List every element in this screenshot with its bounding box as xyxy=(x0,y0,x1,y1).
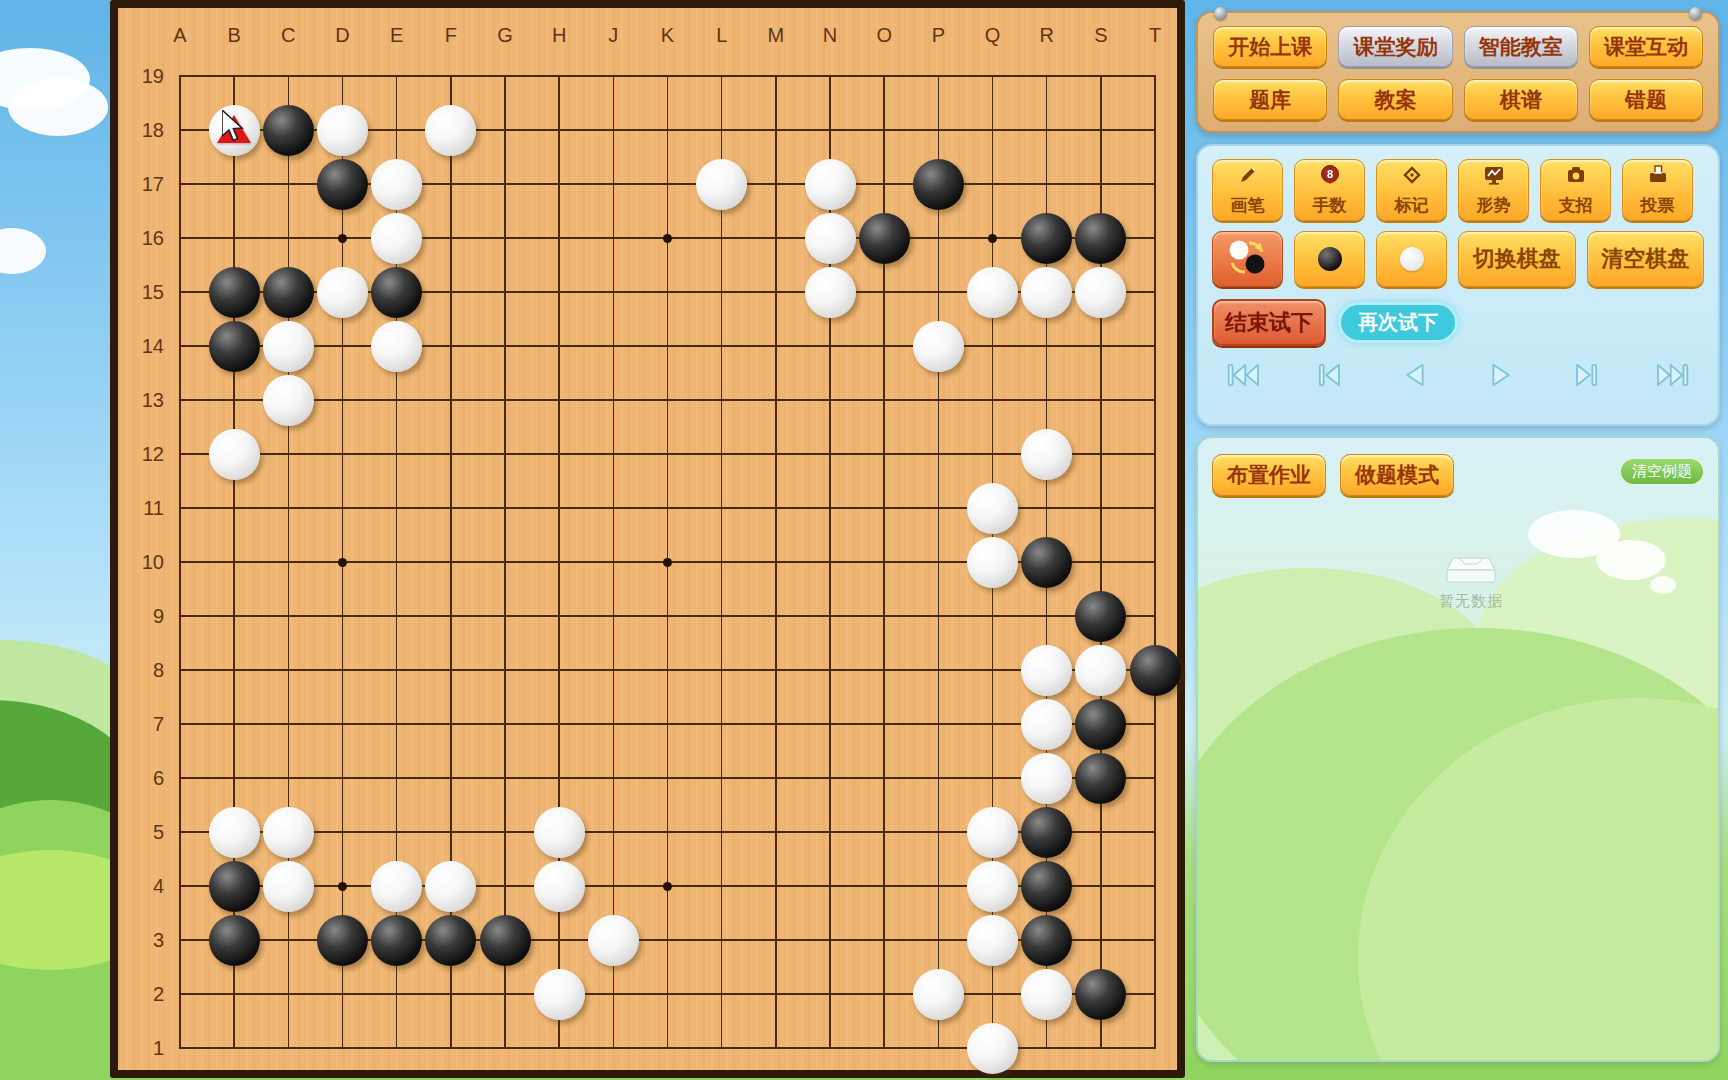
black-stone-icon xyxy=(1318,247,1342,271)
white-stone xyxy=(967,483,1018,534)
top-button-1[interactable]: 开始上课 xyxy=(1213,26,1327,67)
tool-button-hint[interactable]: 支招 xyxy=(1540,159,1611,221)
playback-row xyxy=(1212,359,1704,395)
column-label: N xyxy=(810,24,850,47)
white-stone xyxy=(317,267,368,318)
white-stone xyxy=(805,213,856,264)
marker-icon xyxy=(1400,163,1424,192)
black-stone xyxy=(209,321,260,372)
move-count-icon: 8 xyxy=(1318,163,1342,192)
board-button[interactable]: 清空棋盘 xyxy=(1587,231,1705,287)
star-point xyxy=(338,558,347,567)
white-stone xyxy=(425,861,476,912)
row-label: 6 xyxy=(124,767,164,790)
tool-button-label: 画笔 xyxy=(1231,194,1265,217)
column-label: G xyxy=(485,24,525,47)
stone-buttons-row: 切换棋盘清空棋盘 xyxy=(1212,231,1704,287)
white-stone xyxy=(534,807,585,858)
top-button-5[interactable]: 题库 xyxy=(1213,79,1327,120)
svg-text:8: 8 xyxy=(1326,168,1332,180)
row-label: 19 xyxy=(124,65,164,88)
white-stone-icon xyxy=(1400,247,1424,271)
top-button-7[interactable]: 棋谱 xyxy=(1464,79,1578,120)
row-label: 4 xyxy=(124,875,164,898)
swap-stones-icon xyxy=(1225,237,1271,281)
clear-examples-button[interactable]: 清空例题 xyxy=(1620,458,1704,485)
white-stone xyxy=(317,105,368,156)
white-stone xyxy=(209,429,260,480)
white-stone xyxy=(209,807,260,858)
tool-button-vote[interactable]: 投票 xyxy=(1622,159,1693,221)
toolbar-row-1: 开始上课课堂奖励智能教室课堂互动 xyxy=(1213,26,1703,67)
star-point xyxy=(663,882,672,891)
white-stone xyxy=(967,267,1018,318)
white-stone xyxy=(371,213,422,264)
white-stone xyxy=(967,861,1018,912)
white-stone xyxy=(967,537,1018,588)
step-back-button[interactable] xyxy=(1393,359,1437,395)
white-stone xyxy=(263,375,314,426)
previous-branch-button[interactable] xyxy=(1308,359,1352,395)
black-stone xyxy=(425,915,476,966)
tool-button-pencil[interactable]: 画笔 xyxy=(1212,159,1283,221)
white-stone xyxy=(1021,429,1072,480)
grid-horizontal-line xyxy=(179,993,1156,995)
white-stone xyxy=(967,807,1018,858)
go-board[interactable]: ABCDEFGHJKLMNOPQRST191817161514131211109… xyxy=(110,0,1185,1078)
white-stone xyxy=(588,915,639,966)
column-label: H xyxy=(539,24,579,47)
row-label: 3 xyxy=(124,929,164,952)
white-stone xyxy=(263,321,314,372)
go-teaching-app: { "game": "go", "board": { "size": 19, "… xyxy=(0,0,1728,1080)
tool-button-label: 手数 xyxy=(1313,194,1347,217)
black-stone xyxy=(1075,753,1126,804)
forward-icon xyxy=(1484,361,1518,393)
column-label: T xyxy=(1135,24,1175,47)
black-stone xyxy=(317,159,368,210)
column-label: R xyxy=(1027,24,1067,47)
row-label: 8 xyxy=(124,659,164,682)
toolbar-row-2: 题库教案棋谱错题 xyxy=(1213,79,1703,120)
column-label: Q xyxy=(973,24,1013,47)
pushpin-icon xyxy=(1689,7,1702,20)
tool-button-marker[interactable]: 标记 xyxy=(1376,159,1447,221)
row-label: 9 xyxy=(124,605,164,628)
column-label: M xyxy=(756,24,796,47)
cloud xyxy=(8,78,108,136)
row-label: 17 xyxy=(124,173,164,196)
assign-homework-button[interactable]: 布置作业 xyxy=(1212,454,1326,496)
black-stone xyxy=(371,915,422,966)
black-stone xyxy=(317,915,368,966)
swap-stones-button[interactable] xyxy=(1212,231,1283,287)
white-stone xyxy=(534,861,585,912)
skip-end-icon xyxy=(1655,361,1689,393)
row-label: 1 xyxy=(124,1037,164,1060)
top-button-6[interactable]: 教案 xyxy=(1338,79,1452,120)
black-stone xyxy=(1075,699,1126,750)
column-label: L xyxy=(702,24,742,47)
star-point xyxy=(338,234,347,243)
mouse-cursor xyxy=(222,110,248,142)
row-label: 18 xyxy=(124,119,164,142)
empty-text: 暂无数据 xyxy=(1416,592,1526,611)
classroom-toolbar-card: 开始上课课堂奖励智能教室课堂互动 题库教案棋谱错题 xyxy=(1196,11,1720,133)
skip-start-icon xyxy=(1227,361,1261,393)
row-label: 10 xyxy=(124,551,164,574)
column-label: E xyxy=(377,24,417,47)
row-label: 11 xyxy=(124,497,164,520)
top-button-8[interactable]: 错题 xyxy=(1589,79,1703,120)
white-stone xyxy=(696,159,747,210)
black-stone xyxy=(263,105,314,156)
retry-trial-button[interactable]: 再次试下 xyxy=(1338,302,1458,343)
black-stone xyxy=(1075,591,1126,642)
white-stone xyxy=(913,969,964,1020)
star-point xyxy=(338,882,347,891)
next-icon xyxy=(1569,361,1603,393)
tool-button-label: 投票 xyxy=(1641,194,1675,217)
black-stone-button[interactable] xyxy=(1294,231,1365,287)
star-point xyxy=(663,234,672,243)
grid-vertical-line xyxy=(1154,75,1156,1049)
tool-button-label: 形势 xyxy=(1477,194,1511,217)
next-branch-button[interactable] xyxy=(1564,359,1608,395)
cloud xyxy=(1650,576,1676,594)
black-stone xyxy=(1021,915,1072,966)
top-button-4[interactable]: 课堂互动 xyxy=(1589,26,1703,67)
white-stone xyxy=(1075,645,1126,696)
homework-card: 布置作业 做题模式 清空例题 暂无数据 xyxy=(1196,436,1720,1062)
territory-icon xyxy=(1482,163,1506,192)
white-stone xyxy=(967,915,1018,966)
black-stone xyxy=(371,267,422,318)
empty-box-icon xyxy=(1445,546,1497,584)
black-stone xyxy=(263,267,314,318)
column-label: J xyxy=(593,24,633,47)
row-label: 12 xyxy=(124,443,164,466)
white-stone xyxy=(263,807,314,858)
prev-icon xyxy=(1313,361,1347,393)
column-label: S xyxy=(1081,24,1121,47)
white-stone-button[interactable] xyxy=(1376,231,1447,287)
star-point xyxy=(988,234,997,243)
black-stone xyxy=(209,861,260,912)
tools-card: 画笔8手数标记形势支招投票 切换棋盘清空棋盘 结束试下 再次试下 xyxy=(1196,144,1720,426)
pencil-icon xyxy=(1236,163,1260,192)
black-stone xyxy=(1021,537,1072,588)
black-stone xyxy=(1075,969,1126,1020)
column-label: O xyxy=(864,24,904,47)
empty-state: 暂无数据 xyxy=(1416,546,1526,611)
row-label: 5 xyxy=(124,821,164,844)
black-stone xyxy=(209,915,260,966)
back-icon xyxy=(1398,361,1432,393)
grid-horizontal-line xyxy=(179,777,1156,779)
row-label: 15 xyxy=(124,281,164,304)
skip-to-end-button[interactable] xyxy=(1650,359,1694,395)
white-stone xyxy=(1075,267,1126,318)
column-label: A xyxy=(160,24,200,47)
row-label: 2 xyxy=(124,983,164,1006)
tool-button-label: 标记 xyxy=(1395,194,1429,217)
pushpin-icon xyxy=(1214,7,1227,20)
black-stone xyxy=(859,213,910,264)
white-stone xyxy=(1021,645,1072,696)
board-button[interactable]: 切换棋盘 xyxy=(1458,231,1576,287)
black-stone xyxy=(1021,213,1072,264)
cloud xyxy=(1596,540,1666,580)
black-stone xyxy=(1021,807,1072,858)
white-stone xyxy=(967,1023,1018,1074)
cloud xyxy=(0,228,46,274)
black-stone xyxy=(913,159,964,210)
practice-mode-button[interactable]: 做题模式 xyxy=(1340,454,1454,496)
white-stone xyxy=(913,321,964,372)
black-stone xyxy=(1130,645,1181,696)
star-point xyxy=(663,558,672,567)
grid-horizontal-line xyxy=(179,615,1156,617)
column-label: B xyxy=(214,24,254,47)
black-stone xyxy=(1075,213,1126,264)
tool-button-territory[interactable]: 形势 xyxy=(1458,159,1529,221)
white-stone xyxy=(534,969,585,1020)
white-stone xyxy=(1021,969,1072,1020)
white-stone xyxy=(425,105,476,156)
top-button-3[interactable]: 智能教室 xyxy=(1464,26,1578,67)
white-stone xyxy=(263,861,314,912)
step-forward-button[interactable] xyxy=(1479,359,1523,395)
black-stone xyxy=(1021,861,1072,912)
grid-vertical-line xyxy=(721,75,723,1049)
tool-button-move-count[interactable]: 8手数 xyxy=(1294,159,1365,221)
black-stone xyxy=(480,915,531,966)
vote-icon xyxy=(1646,163,1670,192)
tool-buttons-row: 画笔8手数标记形势支招投票 xyxy=(1212,159,1704,221)
white-stone xyxy=(371,321,422,372)
trial-row: 结束试下 再次试下 xyxy=(1212,299,1704,346)
column-label: F xyxy=(431,24,471,47)
white-stone xyxy=(1021,753,1072,804)
grid-vertical-line xyxy=(938,75,940,1049)
hint-icon xyxy=(1564,163,1588,192)
white-stone xyxy=(1021,699,1072,750)
black-stone xyxy=(209,267,260,318)
grid-vertical-line xyxy=(775,75,777,1049)
row-label: 16 xyxy=(124,227,164,250)
column-label: D xyxy=(323,24,363,47)
row-label: 13 xyxy=(124,389,164,412)
white-stone xyxy=(371,861,422,912)
skip-to-start-button[interactable] xyxy=(1222,359,1266,395)
end-trial-button[interactable]: 结束试下 xyxy=(1212,299,1326,346)
grid-horizontal-line xyxy=(179,669,1156,671)
column-label: C xyxy=(268,24,308,47)
column-label: P xyxy=(918,24,958,47)
grid-horizontal-line xyxy=(179,723,1156,725)
top-button-2[interactable]: 课堂奖励 xyxy=(1338,26,1452,67)
column-label: K xyxy=(648,24,688,47)
row-label: 7 xyxy=(124,713,164,736)
row-label: 14 xyxy=(124,335,164,358)
tool-button-label: 支招 xyxy=(1559,194,1593,217)
white-stone xyxy=(805,267,856,318)
white-stone xyxy=(371,159,422,210)
white-stone xyxy=(1021,267,1072,318)
white-stone xyxy=(805,159,856,210)
